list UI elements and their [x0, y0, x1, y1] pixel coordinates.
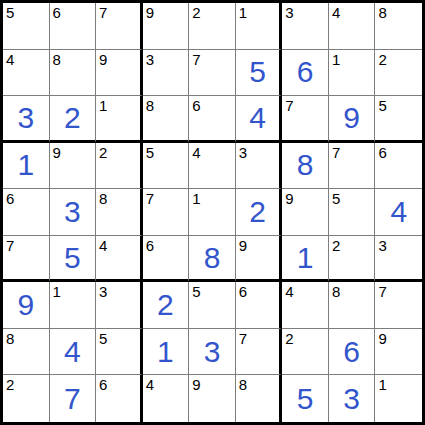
given-digit: 8 [239, 376, 247, 393]
cell-r4c9[interactable]: 6 [375, 143, 422, 190]
cell-r7c4[interactable]: 2 [143, 282, 190, 329]
cell-r3c1[interactable]: 3 [3, 96, 50, 143]
cell-r1c3[interactable]: 7 [96, 3, 143, 50]
given-digit: 4 [146, 376, 154, 393]
cell-r3c8[interactable]: 9 [329, 96, 376, 143]
cell-r5c6[interactable]: 2 [236, 189, 283, 236]
cell-r4c8[interactable]: 7 [329, 143, 376, 190]
cell-r3c9[interactable]: 5 [375, 96, 422, 143]
given-digit: 8 [332, 283, 340, 300]
given-digit: 4 [332, 4, 340, 21]
entry-digit: 4 [50, 329, 96, 375]
entry-digit: 9 [3, 282, 49, 328]
cell-r7c3[interactable]: 3 [96, 282, 143, 329]
given-digit: 7 [378, 283, 386, 300]
given-digit: 6 [99, 376, 107, 393]
cell-r5c5[interactable]: 1 [189, 189, 236, 236]
cell-r4c5[interactable]: 4 [189, 143, 236, 190]
given-digit: 9 [239, 237, 247, 254]
given-digit: 6 [146, 237, 154, 254]
given-digit: 9 [378, 330, 386, 347]
given-digit: 5 [378, 97, 386, 114]
cell-r6c5[interactable]: 8 [189, 236, 236, 283]
given-digit: 3 [378, 237, 386, 254]
cell-r5c2[interactable]: 3 [50, 189, 97, 236]
cell-r9c8[interactable]: 3 [329, 375, 376, 422]
cell-r9c2[interactable]: 7 [50, 375, 97, 422]
cell-r4c2[interactable]: 9 [50, 143, 97, 190]
given-digit: 7 [146, 190, 154, 207]
entry-digit: 3 [329, 375, 375, 422]
cell-r2c8[interactable]: 1 [329, 50, 376, 97]
entry-digit: 4 [375, 189, 422, 235]
cell-r5c9[interactable]: 4 [375, 189, 422, 236]
cell-r2c4[interactable]: 3 [143, 50, 190, 97]
given-digit: 8 [99, 190, 107, 207]
cell-r7c9[interactable]: 7 [375, 282, 422, 329]
given-digit: 6 [53, 4, 61, 21]
given-digit: 1 [239, 4, 247, 21]
cell-r2c2[interactable]: 8 [50, 50, 97, 97]
cell-r1c1[interactable]: 5 [3, 3, 50, 50]
cell-r5c1[interactable]: 6 [3, 189, 50, 236]
cell-r6c9[interactable]: 3 [375, 236, 422, 283]
given-digit: 5 [146, 144, 154, 161]
cell-r6c1[interactable]: 7 [3, 236, 50, 283]
cell-r4c3[interactable]: 2 [96, 143, 143, 190]
cell-r8c1[interactable]: 8 [3, 329, 50, 376]
given-digit: 7 [192, 51, 200, 68]
cell-r6c4[interactable]: 6 [143, 236, 190, 283]
given-digit: 4 [285, 283, 293, 300]
entry-digit: 3 [50, 189, 96, 235]
cell-r3c7[interactable]: 7 [282, 96, 329, 143]
given-digit: 5 [192, 283, 200, 300]
entry-digit: 4 [236, 96, 280, 140]
cell-r4c4[interactable]: 5 [143, 143, 190, 190]
entry-digit: 3 [3, 96, 49, 140]
cell-r5c7[interactable]: 9 [282, 189, 329, 236]
given-digit: 7 [285, 97, 293, 114]
given-digit: 5 [332, 190, 340, 207]
given-digit: 8 [53, 51, 61, 68]
given-digit: 5 [99, 330, 107, 347]
cell-r6c2[interactable]: 5 [50, 236, 97, 283]
given-digit: 8 [378, 4, 386, 21]
cell-r7c8[interactable]: 8 [329, 282, 376, 329]
sudoku-board: 5679213484893756123218647951925438766387… [0, 0, 425, 425]
given-digit: 7 [332, 144, 340, 161]
given-digit: 9 [146, 4, 154, 21]
given-digit: 8 [146, 97, 154, 114]
cell-r3c3[interactable]: 1 [96, 96, 143, 143]
given-digit: 9 [192, 376, 200, 393]
cell-r8c9[interactable]: 9 [375, 329, 422, 376]
cell-r6c6[interactable]: 9 [236, 236, 283, 283]
given-digit: 2 [332, 237, 340, 254]
given-digit: 1 [378, 376, 386, 393]
cell-r9c3[interactable]: 6 [96, 375, 143, 422]
entry-digit: 2 [143, 282, 189, 328]
cell-r2c6[interactable]: 5 [236, 50, 283, 97]
cell-r2c9[interactable]: 2 [375, 50, 422, 97]
cell-r8c7[interactable]: 2 [282, 329, 329, 376]
given-digit: 2 [99, 144, 107, 161]
given-digit: 3 [99, 283, 107, 300]
cell-r6c3[interactable]: 4 [96, 236, 143, 283]
cell-r8c2[interactable]: 4 [50, 329, 97, 376]
entry-digit: 8 [189, 236, 235, 280]
cell-r8c3[interactable]: 5 [96, 329, 143, 376]
cell-r1c7[interactable]: 3 [282, 3, 329, 50]
cell-r3c5[interactable]: 6 [189, 96, 236, 143]
cell-r2c7[interactable]: 6 [282, 50, 329, 97]
cell-r7c2[interactable]: 1 [50, 282, 97, 329]
cell-r2c1[interactable]: 4 [3, 50, 50, 97]
cell-r1c5[interactable]: 2 [189, 3, 236, 50]
cell-r9c7[interactable]: 5 [282, 375, 329, 422]
entry-digit: 5 [236, 50, 280, 96]
given-digit: 1 [332, 51, 340, 68]
given-digit: 3 [146, 51, 154, 68]
given-digit: 3 [239, 144, 247, 161]
given-digit: 4 [192, 144, 200, 161]
cell-r4c6[interactable]: 3 [236, 143, 283, 190]
cell-r9c9[interactable]: 1 [375, 375, 422, 422]
cell-r6c7[interactable]: 1 [282, 236, 329, 283]
given-digit: 6 [192, 97, 200, 114]
cell-r4c7[interactable]: 8 [282, 143, 329, 190]
given-digit: 5 [6, 4, 14, 21]
cell-r8c8[interactable]: 6 [329, 329, 376, 376]
given-digit: 9 [285, 190, 293, 207]
cell-r7c6[interactable]: 6 [236, 282, 283, 329]
cell-r3c6[interactable]: 4 [236, 96, 283, 143]
given-digit: 2 [285, 330, 293, 347]
given-digit: 4 [6, 51, 14, 68]
cell-r5c4[interactable]: 7 [143, 189, 190, 236]
given-digit: 2 [378, 51, 386, 68]
cell-r9c5[interactable]: 9 [189, 375, 236, 422]
cell-r2c3[interactable]: 9 [96, 50, 143, 97]
cell-r8c5[interactable]: 3 [189, 329, 236, 376]
cell-r9c6[interactable]: 8 [236, 375, 283, 422]
cell-r5c3[interactable]: 8 [96, 189, 143, 236]
given-digit: 1 [99, 97, 107, 114]
given-digit: 1 [192, 190, 200, 207]
cell-r3c4[interactable]: 8 [143, 96, 190, 143]
entry-digit: 5 [50, 236, 96, 280]
entry-digit: 2 [50, 96, 96, 140]
cell-r6c8[interactable]: 2 [329, 236, 376, 283]
entry-digit: 7 [50, 375, 96, 422]
given-digit: 2 [6, 376, 14, 393]
given-digit: 7 [6, 237, 14, 254]
cell-r8c4[interactable]: 1 [143, 329, 190, 376]
entry-digit: 8 [282, 143, 328, 189]
given-digit: 6 [6, 190, 14, 207]
given-digit: 6 [378, 144, 386, 161]
cell-r1c9[interactable]: 8 [375, 3, 422, 50]
entry-digit: 9 [329, 96, 375, 140]
given-digit: 8 [6, 330, 14, 347]
cell-r1c2[interactable]: 6 [50, 3, 97, 50]
cell-r9c1[interactable]: 2 [3, 375, 50, 422]
cell-r2c5[interactable]: 7 [189, 50, 236, 97]
cell-r7c5[interactable]: 5 [189, 282, 236, 329]
given-digit: 6 [239, 283, 247, 300]
cell-r9c4[interactable]: 4 [143, 375, 190, 422]
entry-digit: 3 [189, 329, 235, 375]
entry-digit: 1 [143, 329, 189, 375]
cell-r1c6[interactable]: 1 [236, 3, 283, 50]
cell-r5c8[interactable]: 5 [329, 189, 376, 236]
cell-r1c8[interactable]: 4 [329, 3, 376, 50]
cell-r8c6[interactable]: 7 [236, 329, 283, 376]
entry-digit: 6 [282, 50, 328, 96]
cell-r1c4[interactable]: 9 [143, 3, 190, 50]
given-digit: 1 [53, 283, 61, 300]
given-digit: 3 [285, 4, 293, 21]
cell-r7c7[interactable]: 4 [282, 282, 329, 329]
entry-digit: 2 [236, 189, 280, 235]
entry-digit: 5 [282, 375, 328, 422]
entry-digit: 1 [282, 236, 328, 280]
cell-r7c1[interactable]: 9 [3, 282, 50, 329]
given-digit: 9 [53, 144, 61, 161]
cell-r4c1[interactable]: 1 [3, 143, 50, 190]
entry-digit: 6 [329, 329, 375, 375]
given-digit: 9 [99, 51, 107, 68]
given-digit: 7 [99, 4, 107, 21]
given-digit: 4 [99, 237, 107, 254]
entry-digit: 1 [3, 143, 49, 189]
given-digit: 2 [192, 4, 200, 21]
given-digit: 7 [239, 330, 247, 347]
cell-r3c2[interactable]: 2 [50, 96, 97, 143]
